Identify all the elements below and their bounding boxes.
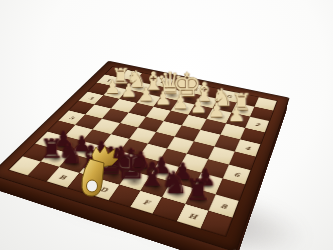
brass-latch-icon (72, 143, 122, 215)
white-pawn[interactable]: ♟ (227, 105, 245, 125)
white-pawn[interactable]: ♟ (138, 85, 154, 103)
white-pawn[interactable]: ♟ (121, 81, 137, 99)
square-f3[interactable] (182, 115, 207, 130)
white-pawn[interactable]: ♟ (208, 100, 225, 119)
chess-board: ACEG1♜♞♝♛♚♝♞♜♟♟♟♟♟♟♟♟234567♟♟♟♟♟♟♟♟♜♞♝♛♚… (0, 61, 289, 250)
photo-background: ACEG1♜♞♝♛♚♝♞♜♟♟♟♟♟♟♟♟234567♟♟♟♟♟♟♟♟♜♞♝♛♚… (0, 0, 333, 250)
black-rook[interactable]: ♜ (185, 176, 211, 205)
white-pawn[interactable]: ♟ (155, 89, 172, 108)
white-pawn[interactable]: ♟ (105, 78, 121, 96)
white-pawn[interactable]: ♟ (172, 93, 189, 112)
white-pawn[interactable]: ♟ (190, 96, 207, 115)
board-grid: ACEG1♜♞♝♛♚♝♞♜♟♟♟♟♟♟♟♟234567♟♟♟♟♟♟♟♟♜♞♝♛♚… (9, 67, 277, 236)
coordinate-label: 2 (245, 117, 268, 132)
